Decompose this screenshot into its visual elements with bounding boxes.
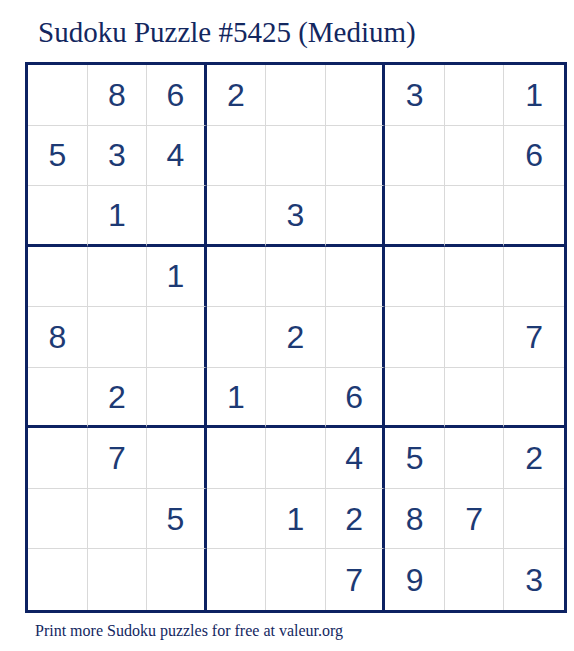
cell-r1c8-empty[interactable] <box>445 65 505 126</box>
cell-r2c2-given: 3 <box>88 126 148 187</box>
cell-r6c1-empty[interactable] <box>28 368 88 429</box>
cell-r9c2-empty[interactable] <box>88 549 148 610</box>
cell-r3c2-given: 1 <box>88 186 148 247</box>
cell-r7c4-empty[interactable] <box>207 428 267 489</box>
cell-r9c3-empty[interactable] <box>147 549 207 610</box>
cell-r5c9-given: 7 <box>504 307 564 368</box>
footer-text: Print more Sudoku puzzles for free at va… <box>35 622 343 640</box>
sudoku-board: 862315346131827216745251287793 <box>25 62 567 613</box>
cell-r2c7-empty[interactable] <box>385 126 445 187</box>
cell-r8c6-given: 2 <box>326 489 386 550</box>
cell-r6c4-given: 1 <box>207 368 267 429</box>
cell-r5c3-empty[interactable] <box>147 307 207 368</box>
cell-r4c2-empty[interactable] <box>88 247 148 308</box>
cell-r5c5-given: 2 <box>266 307 326 368</box>
cell-r4c4-empty[interactable] <box>207 247 267 308</box>
cell-r4c7-empty[interactable] <box>385 247 445 308</box>
cell-r7c8-empty[interactable] <box>445 428 505 489</box>
cell-r8c1-empty[interactable] <box>28 489 88 550</box>
cell-r6c5-empty[interactable] <box>266 368 326 429</box>
cell-r1c9-given: 1 <box>504 65 564 126</box>
cell-r6c9-empty[interactable] <box>504 368 564 429</box>
cell-r4c6-empty[interactable] <box>326 247 386 308</box>
cell-r1c6-empty[interactable] <box>326 65 386 126</box>
cell-r5c4-empty[interactable] <box>207 307 267 368</box>
cell-r2c1-given: 5 <box>28 126 88 187</box>
cell-r1c1-empty[interactable] <box>28 65 88 126</box>
cell-r8c3-given: 5 <box>147 489 207 550</box>
cell-r9c4-empty[interactable] <box>207 549 267 610</box>
cell-r3c8-empty[interactable] <box>445 186 505 247</box>
cell-r8c7-given: 8 <box>385 489 445 550</box>
sudoku-page: Sudoku Puzzle #5425 (Medium) 86231534613… <box>0 0 574 651</box>
cell-r2c3-given: 4 <box>147 126 207 187</box>
cell-r6c3-empty[interactable] <box>147 368 207 429</box>
cell-r4c1-empty[interactable] <box>28 247 88 308</box>
cell-r1c7-given: 3 <box>385 65 445 126</box>
cell-r3c3-empty[interactable] <box>147 186 207 247</box>
cell-r2c4-empty[interactable] <box>207 126 267 187</box>
cell-r3c9-empty[interactable] <box>504 186 564 247</box>
page-title: Sudoku Puzzle #5425 (Medium) <box>38 16 416 49</box>
cell-r8c8-given: 7 <box>445 489 505 550</box>
cell-r9c8-empty[interactable] <box>445 549 505 610</box>
cell-r2c8-empty[interactable] <box>445 126 505 187</box>
cell-r2c5-empty[interactable] <box>266 126 326 187</box>
cell-r5c8-empty[interactable] <box>445 307 505 368</box>
cell-r5c2-empty[interactable] <box>88 307 148 368</box>
cell-r1c4-given: 2 <box>207 65 267 126</box>
cell-r4c8-empty[interactable] <box>445 247 505 308</box>
cell-r9c1-empty[interactable] <box>28 549 88 610</box>
cell-r5c1-given: 8 <box>28 307 88 368</box>
cell-r4c3-given: 1 <box>147 247 207 308</box>
cell-r6c7-empty[interactable] <box>385 368 445 429</box>
cell-r7c6-given: 4 <box>326 428 386 489</box>
cell-r3c4-empty[interactable] <box>207 186 267 247</box>
cell-r9c6-given: 7 <box>326 549 386 610</box>
cell-r5c6-empty[interactable] <box>326 307 386 368</box>
cell-r7c2-given: 7 <box>88 428 148 489</box>
cell-r3c1-empty[interactable] <box>28 186 88 247</box>
cell-r3c5-given: 3 <box>266 186 326 247</box>
cell-r9c5-empty[interactable] <box>266 549 326 610</box>
cell-r7c5-empty[interactable] <box>266 428 326 489</box>
cell-r4c9-empty[interactable] <box>504 247 564 308</box>
cell-r6c2-given: 2 <box>88 368 148 429</box>
cell-r9c9-given: 3 <box>504 549 564 610</box>
cell-r7c1-empty[interactable] <box>28 428 88 489</box>
cell-r8c5-given: 1 <box>266 489 326 550</box>
cell-r9c7-given: 9 <box>385 549 445 610</box>
cell-r7c3-empty[interactable] <box>147 428 207 489</box>
cell-r8c4-empty[interactable] <box>207 489 267 550</box>
cell-r2c6-empty[interactable] <box>326 126 386 187</box>
cell-r7c9-given: 2 <box>504 428 564 489</box>
cell-r5c7-empty[interactable] <box>385 307 445 368</box>
cell-r7c7-given: 5 <box>385 428 445 489</box>
cell-r6c6-given: 6 <box>326 368 386 429</box>
cell-r3c7-empty[interactable] <box>385 186 445 247</box>
cell-r4c5-empty[interactable] <box>266 247 326 308</box>
cell-r2c9-given: 6 <box>504 126 564 187</box>
cell-r8c9-empty[interactable] <box>504 489 564 550</box>
cell-r1c3-given: 6 <box>147 65 207 126</box>
cell-r6c8-empty[interactable] <box>445 368 505 429</box>
cell-r8c2-empty[interactable] <box>88 489 148 550</box>
cell-r3c6-empty[interactable] <box>326 186 386 247</box>
cell-r1c2-given: 8 <box>88 65 148 126</box>
cell-r1c5-empty[interactable] <box>266 65 326 126</box>
